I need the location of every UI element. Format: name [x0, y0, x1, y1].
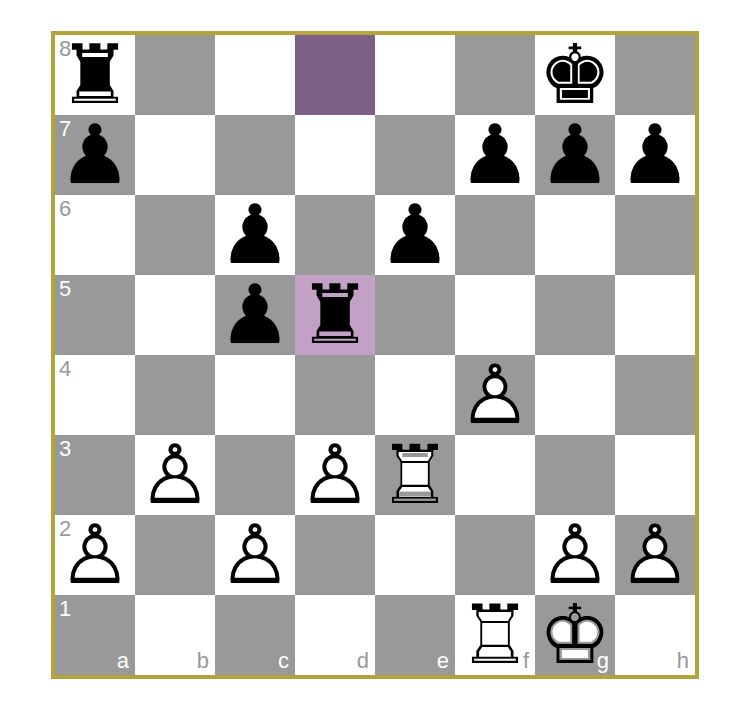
square-f4[interactable]: ♟♙	[455, 355, 535, 435]
square-g3[interactable]	[535, 435, 615, 515]
black-rook[interactable]: ♜	[295, 275, 375, 355]
square-b8[interactable]	[135, 35, 215, 115]
square-c3[interactable]	[215, 435, 295, 515]
white-king-outline: ♔	[535, 595, 615, 675]
file-label-d: d	[357, 650, 369, 672]
square-a2[interactable]: 2♟♙	[55, 515, 135, 595]
square-b6[interactable]	[135, 195, 215, 275]
square-c6[interactable]: ♟	[215, 195, 295, 275]
black-pawn[interactable]: ♟	[455, 115, 535, 195]
square-e8[interactable]	[375, 35, 455, 115]
white-pawn[interactable]: ♟♙	[455, 355, 535, 435]
white-pawn[interactable]: ♟♙	[55, 515, 135, 595]
white-pawn-outline: ♙	[295, 435, 375, 515]
square-e3[interactable]: ♜♖	[375, 435, 455, 515]
square-d2[interactable]	[295, 515, 375, 595]
square-e7[interactable]	[375, 115, 455, 195]
square-g1[interactable]: g♚♔	[535, 595, 615, 675]
board-frame: 8♜♚7♟♟♟♟6♟♟5♟♜4♟♙3♟♙♟♙♜♖2♟♙♟♙♟♙♟♙1abcdef…	[51, 31, 699, 679]
square-g5[interactable]	[535, 275, 615, 355]
square-d4[interactable]	[295, 355, 375, 435]
square-a4[interactable]: 4	[55, 355, 135, 435]
file-label-e: e	[437, 650, 449, 672]
square-e1[interactable]: e	[375, 595, 455, 675]
white-rook[interactable]: ♜♖	[455, 595, 535, 675]
white-pawn-outline: ♙	[135, 435, 215, 515]
square-f2[interactable]	[455, 515, 535, 595]
rank-label-5: 5	[59, 278, 71, 300]
square-h7[interactable]: ♟	[615, 115, 695, 195]
file-label-a: a	[117, 650, 129, 672]
black-pawn[interactable]: ♟	[215, 195, 295, 275]
white-pawn[interactable]: ♟♙	[215, 515, 295, 595]
square-b1[interactable]: b	[135, 595, 215, 675]
white-pawn-outline: ♙	[215, 515, 295, 595]
file-label-b: b	[197, 650, 209, 672]
black-pawn[interactable]: ♟	[615, 115, 695, 195]
square-c7[interactable]	[215, 115, 295, 195]
white-pawn-outline: ♙	[615, 515, 695, 595]
square-c8[interactable]	[215, 35, 295, 115]
square-a3[interactable]: 3	[55, 435, 135, 515]
square-c2[interactable]: ♟♙	[215, 515, 295, 595]
square-d6[interactable]	[295, 195, 375, 275]
square-g4[interactable]	[535, 355, 615, 435]
square-e5[interactable]	[375, 275, 455, 355]
white-rook-outline: ♖	[375, 435, 455, 515]
white-pawn-outline: ♙	[455, 355, 535, 435]
square-d7[interactable]	[295, 115, 375, 195]
square-h6[interactable]	[615, 195, 695, 275]
square-h8[interactable]	[615, 35, 695, 115]
square-a7[interactable]: 7♟	[55, 115, 135, 195]
black-pawn[interactable]: ♟	[535, 115, 615, 195]
square-c4[interactable]	[215, 355, 295, 435]
square-h3[interactable]	[615, 435, 695, 515]
square-c1[interactable]: c	[215, 595, 295, 675]
square-e6[interactable]: ♟	[375, 195, 455, 275]
black-pawn[interactable]: ♟	[55, 115, 135, 195]
square-e4[interactable]	[375, 355, 455, 435]
square-f6[interactable]	[455, 195, 535, 275]
square-d1[interactable]: d	[295, 595, 375, 675]
black-pawn[interactable]: ♟	[215, 275, 295, 355]
square-f7[interactable]: ♟	[455, 115, 535, 195]
rank-label-6: 6	[59, 198, 71, 220]
square-a8[interactable]: 8♜	[55, 35, 135, 115]
chess-board: 8♜♚7♟♟♟♟6♟♟5♟♜4♟♙3♟♙♟♙♜♖2♟♙♟♙♟♙♟♙1abcdef…	[55, 35, 695, 675]
square-h4[interactable]	[615, 355, 695, 435]
square-e2[interactable]	[375, 515, 455, 595]
square-b2[interactable]	[135, 515, 215, 595]
white-pawn[interactable]: ♟♙	[535, 515, 615, 595]
square-f1[interactable]: f♜♖	[455, 595, 535, 675]
white-pawn[interactable]: ♟♙	[295, 435, 375, 515]
black-king[interactable]: ♚	[535, 35, 615, 115]
white-pawn[interactable]: ♟♙	[135, 435, 215, 515]
rank-label-4: 4	[59, 358, 71, 380]
square-b4[interactable]	[135, 355, 215, 435]
square-c5[interactable]: ♟	[215, 275, 295, 355]
square-d5[interactable]: ♜	[295, 275, 375, 355]
rank-label-3: 3	[59, 438, 71, 460]
square-a5[interactable]: 5	[55, 275, 135, 355]
square-f3[interactable]	[455, 435, 535, 515]
square-b7[interactable]	[135, 115, 215, 195]
square-g6[interactable]	[535, 195, 615, 275]
file-label-c: c	[278, 650, 289, 672]
square-d8[interactable]	[295, 35, 375, 115]
square-g2[interactable]: ♟♙	[535, 515, 615, 595]
square-g7[interactable]: ♟	[535, 115, 615, 195]
square-f8[interactable]	[455, 35, 535, 115]
black-rook[interactable]: ♜	[55, 35, 135, 115]
square-a1[interactable]: 1a	[55, 595, 135, 675]
square-b3[interactable]: ♟♙	[135, 435, 215, 515]
white-pawn-outline: ♙	[55, 515, 135, 595]
square-h5[interactable]	[615, 275, 695, 355]
file-label-h: h	[677, 650, 689, 672]
square-h1[interactable]: h	[615, 595, 695, 675]
white-pawn[interactable]: ♟♙	[615, 515, 695, 595]
rank-label-1: 1	[59, 598, 71, 620]
square-f5[interactable]	[455, 275, 535, 355]
square-d3[interactable]: ♟♙	[295, 435, 375, 515]
white-king[interactable]: ♚♔	[535, 595, 615, 675]
square-a6[interactable]: 6	[55, 195, 135, 275]
white-rook[interactable]: ♜♖	[375, 435, 455, 515]
black-pawn[interactable]: ♟	[375, 195, 455, 275]
square-h2[interactable]: ♟♙	[615, 515, 695, 595]
square-b5[interactable]	[135, 275, 215, 355]
white-pawn-outline: ♙	[535, 515, 615, 595]
square-g8[interactable]: ♚	[535, 35, 615, 115]
white-rook-outline: ♖	[455, 595, 535, 675]
